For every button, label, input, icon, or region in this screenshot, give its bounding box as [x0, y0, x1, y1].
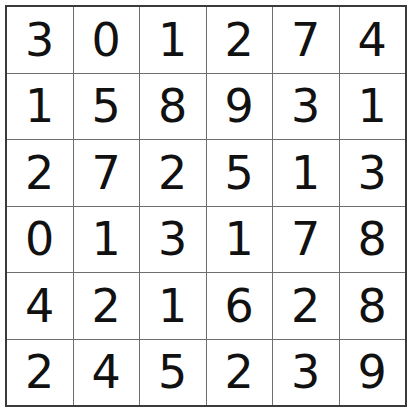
grid-cell-r5c6: 8 [340, 273, 406, 339]
grid-cell-r6c1: 2 [7, 340, 73, 406]
grid-cell-r6c6: 9 [340, 340, 406, 406]
grid-cell-r5c4: 6 [207, 273, 273, 339]
grid-cell-r3c4: 5 [207, 140, 273, 206]
grid-cell-r2c4: 9 [207, 74, 273, 140]
grid-cell-r1c3: 1 [140, 7, 206, 73]
grid-cell-r2c5: 3 [273, 74, 339, 140]
grid-cell-r6c4: 2 [207, 340, 273, 406]
grid-cell-r2c3: 8 [140, 74, 206, 140]
grid-cell-r4c6: 8 [340, 207, 406, 273]
grid-cell-r2c1: 1 [7, 74, 73, 140]
grid-cell-r4c3: 3 [140, 207, 206, 273]
grid-cell-r4c1: 0 [7, 207, 73, 273]
grid-cell-r3c3: 2 [140, 140, 206, 206]
grid-cell-r3c5: 1 [273, 140, 339, 206]
grid-cell-r4c4: 1 [207, 207, 273, 273]
grid-cell-r2c6: 1 [340, 74, 406, 140]
grid-cell-r1c1: 3 [7, 7, 73, 73]
grid-cell-r5c2: 2 [74, 273, 140, 339]
grid-cell-r3c6: 3 [340, 140, 406, 206]
number-grid-board: 301274158931272513013178421628245239 [5, 5, 407, 407]
grid-cell-r5c1: 4 [7, 273, 73, 339]
number-grid: 301274158931272513013178421628245239 [7, 7, 405, 405]
grid-cell-r1c2: 0 [74, 7, 140, 73]
grid-cell-r6c2: 4 [74, 340, 140, 406]
grid-cell-r4c5: 7 [273, 207, 339, 273]
grid-cell-r5c5: 2 [273, 273, 339, 339]
grid-cell-r4c2: 1 [74, 207, 140, 273]
grid-cell-r5c3: 1 [140, 273, 206, 339]
grid-cell-r1c6: 4 [340, 7, 406, 73]
grid-cell-r6c5: 3 [273, 340, 339, 406]
grid-cell-r6c3: 5 [140, 340, 206, 406]
grid-cell-r1c4: 2 [207, 7, 273, 73]
grid-cell-r2c2: 5 [74, 74, 140, 140]
grid-cell-r3c2: 7 [74, 140, 140, 206]
grid-cell-r1c5: 7 [273, 7, 339, 73]
grid-cell-r3c1: 2 [7, 140, 73, 206]
